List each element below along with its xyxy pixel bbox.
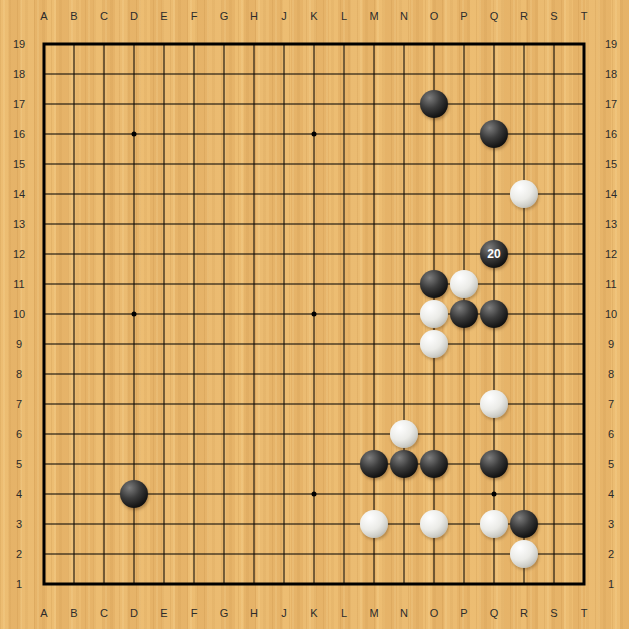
row-label-left: 13 <box>13 219 25 230</box>
row-label-left: 7 <box>16 399 22 410</box>
white-stone <box>420 330 448 358</box>
row-label-left: 4 <box>16 489 22 500</box>
column-label-bottom: D <box>130 608 138 619</box>
row-label-left: 2 <box>16 549 22 560</box>
column-label-top: L <box>341 11 347 22</box>
row-label-left: 1 <box>16 579 22 590</box>
column-label-bottom: H <box>250 608 258 619</box>
column-label-bottom: E <box>160 608 167 619</box>
column-label-top: C <box>100 11 108 22</box>
column-label-bottom: P <box>460 608 467 619</box>
white-stone <box>480 510 508 538</box>
black-stone <box>390 450 418 478</box>
column-label-bottom: K <box>310 608 317 619</box>
move-number-label: 20 <box>480 240 508 268</box>
star-point <box>132 132 137 137</box>
row-label-right: 9 <box>608 339 614 350</box>
column-label-bottom: A <box>40 608 47 619</box>
row-label-right: 14 <box>605 189 617 200</box>
board-grid <box>0 0 629 629</box>
column-label-bottom: T <box>581 608 588 619</box>
row-label-right: 6 <box>608 429 614 440</box>
column-label-top: D <box>130 11 138 22</box>
column-label-top: O <box>430 11 439 22</box>
white-stone <box>450 270 478 298</box>
row-label-left: 15 <box>13 159 25 170</box>
column-label-top: K <box>310 11 317 22</box>
black-stone <box>420 270 448 298</box>
star-point <box>312 132 317 137</box>
column-label-bottom: C <box>100 608 108 619</box>
go-board[interactable]: AABBCCDDEEFFGGHHJJKKLLMMNNOOPPQQRRSSTT19… <box>0 0 629 629</box>
row-label-right: 12 <box>605 249 617 260</box>
white-stone <box>390 420 418 448</box>
star-point <box>132 312 137 317</box>
black-stone <box>480 450 508 478</box>
column-label-top: R <box>520 11 528 22</box>
row-label-left: 6 <box>16 429 22 440</box>
white-stone <box>360 510 388 538</box>
row-label-right: 5 <box>608 459 614 470</box>
column-label-top: G <box>220 11 229 22</box>
star-point <box>312 312 317 317</box>
black-stone <box>480 120 508 148</box>
column-label-bottom: N <box>400 608 408 619</box>
row-label-left: 5 <box>16 459 22 470</box>
column-label-top: M <box>369 11 378 22</box>
column-label-bottom: R <box>520 608 528 619</box>
row-label-right: 19 <box>605 39 617 50</box>
row-label-right: 3 <box>608 519 614 530</box>
white-stone <box>510 540 538 568</box>
star-point <box>312 492 317 497</box>
column-label-top: N <box>400 11 408 22</box>
row-label-right: 2 <box>608 549 614 560</box>
column-label-top: T <box>581 11 588 22</box>
white-stone <box>510 180 538 208</box>
column-label-top: A <box>40 11 47 22</box>
column-label-bottom: O <box>430 608 439 619</box>
black-stone: 20 <box>480 240 508 268</box>
column-label-top: P <box>460 11 467 22</box>
column-label-top: H <box>250 11 258 22</box>
row-label-left: 12 <box>13 249 25 260</box>
row-label-left: 14 <box>13 189 25 200</box>
black-stone <box>120 480 148 508</box>
star-point <box>492 492 497 497</box>
white-stone <box>480 390 508 418</box>
column-label-bottom: S <box>550 608 557 619</box>
black-stone <box>480 300 508 328</box>
black-stone <box>420 90 448 118</box>
row-label-right: 8 <box>608 369 614 380</box>
black-stone <box>420 450 448 478</box>
column-label-bottom: Q <box>490 608 499 619</box>
column-label-bottom: J <box>281 608 287 619</box>
column-label-bottom: L <box>341 608 347 619</box>
row-label-right: 15 <box>605 159 617 170</box>
row-label-left: 17 <box>13 99 25 110</box>
row-label-right: 1 <box>608 579 614 590</box>
row-label-right: 16 <box>605 129 617 140</box>
row-label-left: 3 <box>16 519 22 530</box>
black-stone <box>510 510 538 538</box>
row-label-right: 10 <box>605 309 617 320</box>
row-label-left: 16 <box>13 129 25 140</box>
row-label-left: 11 <box>13 279 24 290</box>
column-label-top: J <box>281 11 287 22</box>
row-label-right: 13 <box>605 219 617 230</box>
white-stone <box>420 300 448 328</box>
column-label-top: F <box>191 11 198 22</box>
column-label-top: B <box>70 11 77 22</box>
row-label-left: 8 <box>16 369 22 380</box>
row-label-right: 11 <box>605 279 616 290</box>
black-stone <box>360 450 388 478</box>
row-label-left: 18 <box>13 69 25 80</box>
row-label-left: 9 <box>16 339 22 350</box>
row-label-right: 17 <box>605 99 617 110</box>
black-stone <box>450 300 478 328</box>
row-label-left: 10 <box>13 309 25 320</box>
row-label-left: 19 <box>13 39 25 50</box>
column-label-top: Q <box>490 11 499 22</box>
column-label-bottom: B <box>70 608 77 619</box>
row-label-right: 7 <box>608 399 614 410</box>
white-stone <box>420 510 448 538</box>
column-label-bottom: M <box>369 608 378 619</box>
row-label-right: 4 <box>608 489 614 500</box>
column-label-bottom: G <box>220 608 229 619</box>
row-label-right: 18 <box>605 69 617 80</box>
column-label-top: E <box>160 11 167 22</box>
column-label-top: S <box>550 11 557 22</box>
column-label-bottom: F <box>191 608 198 619</box>
